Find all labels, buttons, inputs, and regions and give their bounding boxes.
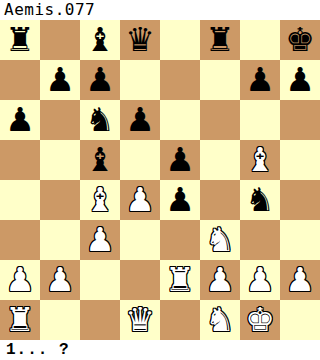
piece-black-rook: ♜ — [205, 20, 235, 60]
square-c7[interactable]: ♟ — [80, 60, 120, 100]
piece-black-rook: ♜ — [5, 20, 35, 60]
piece-white-pawn: ♟ — [5, 260, 35, 300]
square-c5[interactable]: ♝ — [80, 140, 120, 180]
square-h8[interactable]: ♚ — [280, 20, 320, 60]
piece-white-pawn: ♟ — [245, 260, 275, 300]
square-b7[interactable]: ♟ — [40, 60, 80, 100]
square-d2[interactable] — [120, 260, 160, 300]
square-d6[interactable]: ♟ — [120, 100, 160, 140]
square-c2[interactable] — [80, 260, 120, 300]
square-c1[interactable] — [80, 300, 120, 340]
square-b2[interactable]: ♟ — [40, 260, 80, 300]
square-f5[interactable] — [200, 140, 240, 180]
square-e6[interactable] — [160, 100, 200, 140]
piece-black-knight: ♞ — [245, 180, 275, 220]
piece-white-king: ♚ — [245, 300, 275, 340]
square-g2[interactable]: ♟ — [240, 260, 280, 300]
piece-white-rook: ♜ — [5, 300, 35, 340]
square-a8[interactable]: ♜ — [0, 20, 40, 60]
piece-black-king: ♚ — [285, 20, 315, 60]
square-d5[interactable] — [120, 140, 160, 180]
piece-black-pawn: ♟ — [45, 60, 75, 100]
square-d8[interactable]: ♛ — [120, 20, 160, 60]
piece-white-pawn: ♟ — [285, 260, 315, 300]
square-h4[interactable] — [280, 180, 320, 220]
piece-black-pawn: ♟ — [165, 140, 195, 180]
square-h3[interactable] — [280, 220, 320, 260]
square-c8[interactable]: ♝ — [80, 20, 120, 60]
square-e2[interactable]: ♜ — [160, 260, 200, 300]
square-d7[interactable] — [120, 60, 160, 100]
square-a7[interactable] — [0, 60, 40, 100]
square-a6[interactable]: ♟ — [0, 100, 40, 140]
square-d1[interactable]: ♛ — [120, 300, 160, 340]
square-g5[interactable]: ♝ — [240, 140, 280, 180]
square-f2[interactable]: ♟ — [200, 260, 240, 300]
square-f3[interactable]: ♞ — [200, 220, 240, 260]
square-e4[interactable]: ♟ — [160, 180, 200, 220]
square-g7[interactable]: ♟ — [240, 60, 280, 100]
square-e1[interactable] — [160, 300, 200, 340]
square-h5[interactable] — [280, 140, 320, 180]
piece-white-bishop: ♝ — [245, 140, 275, 180]
piece-black-pawn: ♟ — [5, 100, 35, 140]
piece-white-pawn: ♟ — [85, 220, 115, 260]
square-c6[interactable]: ♞ — [80, 100, 120, 140]
piece-black-pawn: ♟ — [165, 180, 195, 220]
square-e5[interactable]: ♟ — [160, 140, 200, 180]
piece-black-pawn: ♟ — [285, 60, 315, 100]
square-e7[interactable] — [160, 60, 200, 100]
piece-white-bishop: ♝ — [85, 180, 115, 220]
move-prompt: 1... ? — [6, 340, 70, 360]
piece-black-pawn: ♟ — [245, 60, 275, 100]
square-f6[interactable] — [200, 100, 240, 140]
square-g8[interactable] — [240, 20, 280, 60]
piece-black-queen: ♛ — [125, 20, 155, 60]
puzzle-title: Aemis.077 — [4, 0, 95, 20]
piece-black-bishop: ♝ — [85, 20, 115, 60]
square-a4[interactable] — [0, 180, 40, 220]
piece-black-pawn: ♟ — [125, 100, 155, 140]
square-a3[interactable] — [0, 220, 40, 260]
square-e8[interactable] — [160, 20, 200, 60]
square-d3[interactable] — [120, 220, 160, 260]
piece-white-queen: ♛ — [125, 300, 155, 340]
square-c4[interactable]: ♝ — [80, 180, 120, 220]
piece-white-pawn: ♟ — [205, 260, 235, 300]
square-b3[interactable] — [40, 220, 80, 260]
square-a5[interactable] — [0, 140, 40, 180]
square-b6[interactable] — [40, 100, 80, 140]
square-d4[interactable]: ♟ — [120, 180, 160, 220]
piece-black-pawn: ♟ — [85, 60, 115, 100]
square-f4[interactable] — [200, 180, 240, 220]
square-b8[interactable] — [40, 20, 80, 60]
square-h1[interactable] — [280, 300, 320, 340]
square-g4[interactable]: ♞ — [240, 180, 280, 220]
square-b4[interactable] — [40, 180, 80, 220]
piece-white-knight: ♞ — [205, 220, 235, 260]
square-g3[interactable] — [240, 220, 280, 260]
piece-white-pawn: ♟ — [125, 180, 155, 220]
square-h6[interactable] — [280, 100, 320, 140]
square-a1[interactable]: ♜ — [0, 300, 40, 340]
piece-black-bishop: ♝ — [85, 140, 115, 180]
square-f7[interactable] — [200, 60, 240, 100]
square-b1[interactable] — [40, 300, 80, 340]
square-a2[interactable]: ♟ — [0, 260, 40, 300]
square-e3[interactable] — [160, 220, 200, 260]
piece-white-knight: ♞ — [205, 300, 235, 340]
square-h7[interactable]: ♟ — [280, 60, 320, 100]
square-h2[interactable]: ♟ — [280, 260, 320, 300]
square-c3[interactable]: ♟ — [80, 220, 120, 260]
square-b5[interactable] — [40, 140, 80, 180]
square-g6[interactable] — [240, 100, 280, 140]
square-g1[interactable]: ♚ — [240, 300, 280, 340]
chess-board: ♜♝♛♜♚♟♟♟♟♟♞♟♝♟♝♝♟♟♞♟♞♟♟♜♟♟♟♜♛♞♚ — [0, 20, 320, 340]
square-f8[interactable]: ♜ — [200, 20, 240, 60]
piece-white-pawn: ♟ — [45, 260, 75, 300]
square-f1[interactable]: ♞ — [200, 300, 240, 340]
piece-white-rook: ♜ — [165, 260, 195, 300]
piece-black-knight: ♞ — [85, 100, 115, 140]
